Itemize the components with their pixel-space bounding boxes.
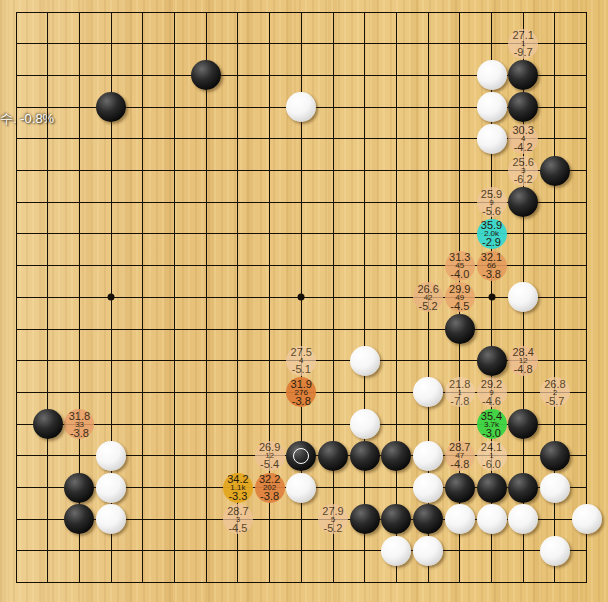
suggestion-winrate: 35.4 <box>481 411 502 421</box>
suggestion-score: -4.8 <box>450 459 469 469</box>
black-stone <box>477 473 507 503</box>
white-stone <box>286 473 316 503</box>
move-suggestion-S7[interactable]: 26.82-5.7 <box>540 377 570 407</box>
black-stone <box>445 473 475 503</box>
white-stone <box>96 473 126 503</box>
suggestion-score: -5.1 <box>292 364 311 374</box>
move-suggestion-K8[interactable]: 27.54-5.1 <box>286 346 316 376</box>
white-stone <box>540 536 570 566</box>
move-suggestion-P7[interactable]: 21.81-7.8 <box>445 377 475 407</box>
last-move-marker <box>293 448 309 464</box>
star-point <box>298 294 305 301</box>
move-suggestion-H3[interactable]: 28.73-4.5 <box>223 504 253 534</box>
move-suggestion-C6[interactable]: 31.833-3.8 <box>64 409 94 439</box>
white-stone <box>350 409 380 439</box>
black-stone <box>191 60 221 90</box>
suggestion-winrate: 28.7 <box>227 506 248 516</box>
move-suggestion-J4[interactable]: 32.2202-3.8 <box>255 473 285 503</box>
move-suggestion-Q5[interactable]: 24.11-6.0 <box>477 441 507 471</box>
white-stone <box>477 124 507 154</box>
move-suggestion-Q13[interactable]: 25.99-5.6 <box>477 187 507 217</box>
suggestion-score: -3.3 <box>228 491 247 501</box>
suggestion-score: -5.7 <box>545 396 564 406</box>
white-stone <box>413 377 443 407</box>
black-stone <box>445 314 475 344</box>
white-stone <box>477 92 507 122</box>
suggestion-winrate: 31.3 <box>449 252 470 262</box>
move-suggestion-P11[interactable]: 31.345-4.0 <box>445 251 475 281</box>
suggestion-winrate: 30.3 <box>512 125 533 135</box>
suggestion-score: -5.2 <box>419 301 438 311</box>
white-stone <box>96 441 126 471</box>
grid-line <box>586 12 587 583</box>
suggestion-winrate: 31.9 <box>291 379 312 389</box>
black-stone <box>381 441 411 471</box>
black-stone <box>540 441 570 471</box>
suggestion-score: -5.4 <box>260 459 279 469</box>
black-stone <box>381 504 411 534</box>
move-suggestion-Q7[interactable]: 29.29-4.6 <box>477 377 507 407</box>
white-stone <box>540 473 570 503</box>
white-stone <box>572 504 602 534</box>
black-stone <box>350 504 380 534</box>
black-stone <box>286 441 316 471</box>
suggestion-winrate: 27.1 <box>512 30 533 40</box>
suggestion-winrate: 26.9 <box>259 442 280 452</box>
star-point <box>488 294 495 301</box>
move-suggestion-Q11[interactable]: 32.166-3.8 <box>477 251 507 281</box>
suggestion-score: -7.8 <box>450 396 469 406</box>
suggestion-score: -4.5 <box>228 523 247 533</box>
suggestion-score: -3.0 <box>482 428 501 438</box>
move-suggestion-O10[interactable]: 26.642-5.2 <box>413 282 443 312</box>
star-point <box>108 294 115 301</box>
suggestion-winrate: 28.4 <box>512 347 533 357</box>
suggestion-winrate: 27.5 <box>291 347 312 357</box>
black-stone <box>540 156 570 186</box>
suggestion-winrate: 31.8 <box>69 411 90 421</box>
black-stone <box>318 441 348 471</box>
suggestion-score: -6.2 <box>514 174 533 184</box>
suggestion-winrate: 25.6 <box>512 157 533 167</box>
suggestion-winrate: 35.9 <box>481 220 502 230</box>
suggestion-score: -2.9 <box>482 237 501 247</box>
black-stone <box>33 409 63 439</box>
grid-line <box>333 12 334 583</box>
move-suggestion-L3[interactable]: 27.95-5.2 <box>318 504 348 534</box>
move-suggestion-R8[interactable]: 28.412-4.8 <box>508 346 538 376</box>
suggestion-winrate: 34.2 <box>227 474 248 484</box>
suggestion-score: -4.0 <box>450 269 469 279</box>
suggestion-score: -4.8 <box>514 364 533 374</box>
black-stone <box>350 441 380 471</box>
suggestion-score: -3.8 <box>292 396 311 406</box>
move-suggestion-H4[interactable]: 34.21.1k-3.3 <box>223 473 253 503</box>
white-stone <box>445 504 475 534</box>
grid-line <box>16 550 587 551</box>
black-stone <box>413 504 443 534</box>
suggestion-score: -4.6 <box>482 396 501 406</box>
suggestion-winrate: 29.2 <box>481 379 502 389</box>
black-stone <box>64 504 94 534</box>
grid-line <box>364 12 365 583</box>
white-stone <box>508 282 538 312</box>
suggestion-score: -3.8 <box>482 269 501 279</box>
suggestion-winrate: 28.7 <box>449 442 470 452</box>
black-stone <box>96 92 126 122</box>
suggestion-winrate: 24.1 <box>481 442 502 452</box>
suggestion-score: -9.7 <box>514 47 533 57</box>
status-text: 수. -0.8% <box>0 110 54 128</box>
white-stone <box>381 536 411 566</box>
white-stone <box>413 536 443 566</box>
white-stone <box>477 504 507 534</box>
move-suggestion-R14[interactable]: 25.63-6.2 <box>508 156 538 186</box>
black-stone <box>64 473 94 503</box>
suggestion-winrate: 26.6 <box>417 284 438 294</box>
move-suggestion-J5[interactable]: 26.912-5.4 <box>255 441 285 471</box>
move-suggestion-P10[interactable]: 29.949-4.5 <box>445 282 475 312</box>
suggestion-winrate: 32.1 <box>481 252 502 262</box>
move-suggestion-R18[interactable]: 27.11-9.7 <box>508 29 538 59</box>
suggestion-winrate: 25.9 <box>481 189 502 199</box>
suggestion-winrate: 27.9 <box>322 506 343 516</box>
black-stone <box>508 409 538 439</box>
grid-line <box>16 329 587 330</box>
white-stone <box>286 92 316 122</box>
grid-line <box>396 12 397 583</box>
suggestion-winrate: 26.8 <box>544 379 565 389</box>
black-stone <box>508 187 538 217</box>
suggestion-score: -5.2 <box>324 523 343 533</box>
black-stone <box>508 473 538 503</box>
white-stone <box>413 473 443 503</box>
grid-line <box>16 582 587 583</box>
suggestion-winrate: 32.2 <box>259 474 280 484</box>
move-suggestion-Q6[interactable]: 35.43.7k-3.0 <box>477 409 507 439</box>
go-board[interactable]: 수. -0.8% 27.11-9.730.34-4.225.63-6.225.9… <box>0 0 608 602</box>
black-stone <box>508 60 538 90</box>
suggestion-winrate: 29.9 <box>449 284 470 294</box>
suggestion-score: -3.8 <box>260 491 279 501</box>
suggestion-score: -4.2 <box>514 142 533 152</box>
white-stone <box>96 504 126 534</box>
white-stone <box>413 441 443 471</box>
white-stone <box>350 346 380 376</box>
move-suggestion-K7[interactable]: 31.9276-3.8 <box>286 377 316 407</box>
suggestion-score: -4.5 <box>450 301 469 311</box>
suggestion-score: -3.8 <box>70 428 89 438</box>
white-stone <box>508 504 538 534</box>
white-stone <box>477 60 507 90</box>
suggestion-score: -6.0 <box>482 459 501 469</box>
move-suggestion-R15[interactable]: 30.34-4.2 <box>508 124 538 154</box>
suggestion-score: -5.6 <box>482 206 501 216</box>
suggestion-winrate: 21.8 <box>449 379 470 389</box>
black-stone <box>477 346 507 376</box>
move-suggestion-Q12[interactable]: 35.92.0k-2.9 <box>477 219 507 249</box>
black-stone <box>508 92 538 122</box>
move-suggestion-P5[interactable]: 28.747-4.8 <box>445 441 475 471</box>
